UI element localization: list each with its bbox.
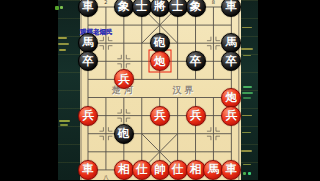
piece-red-cannon[interactable]: 炮 (221, 88, 241, 108)
piece-glyph: 帥 (154, 164, 166, 176)
piece-black-cannon[interactable]: 砲 (150, 33, 170, 53)
piece-black-pawn[interactable]: 卒 (78, 51, 98, 71)
piece-glyph: 卒 (82, 55, 94, 67)
piece-black-cannon[interactable]: 砲 (114, 124, 134, 144)
piece-glyph: 馬 (82, 37, 94, 49)
file-label-top: 8 (212, 0, 215, 5)
video-frame: 楚河 汉界 观棋老烟民 123456789九八七六五四三二一 車象士將士象車馬砲… (0, 0, 320, 180)
piece-glyph: 車 (82, 1, 94, 13)
piece-glyph: 卒 (226, 55, 238, 67)
piece-glyph: 炮 (226, 91, 238, 103)
file-label-top: 2 (104, 0, 107, 5)
piece-red-pawn[interactable]: 兵 (78, 106, 98, 126)
piece-red-pawn[interactable]: 兵 (186, 106, 206, 126)
piece-black-horse[interactable]: 馬 (78, 33, 98, 53)
piece-red-rook[interactable]: 車 (78, 160, 98, 180)
piece-red-pawn[interactable]: 兵 (114, 69, 134, 89)
piece-glyph: 兵 (118, 73, 130, 85)
piece-red-pawn[interactable]: 兵 (221, 106, 241, 126)
piece-glyph: 相 (118, 164, 130, 176)
piece-glyph: 車 (226, 164, 238, 176)
piece-glyph: 車 (82, 164, 94, 176)
piece-glyph: 將 (154, 1, 166, 13)
piece-glyph: 士 (136, 1, 148, 13)
piece-black-horse[interactable]: 馬 (221, 33, 241, 53)
piece-glyph: 車 (226, 1, 238, 13)
piece-red-cannon[interactable]: 炮 (150, 51, 170, 71)
piece-glyph: 兵 (226, 109, 238, 121)
piece-red-rook[interactable]: 車 (221, 160, 241, 180)
piece-glyph: 仕 (136, 164, 148, 176)
piece-red-pawn[interactable]: 兵 (150, 106, 170, 126)
river-label-right: 汉界 (173, 84, 197, 97)
piece-black-pawn[interactable]: 卒 (221, 51, 241, 71)
piece-glyph: 兵 (190, 109, 202, 121)
file-label-bottom: 八 (103, 175, 109, 181)
piece-glyph: 炮 (154, 55, 166, 67)
piece-glyph: 兵 (154, 109, 166, 121)
piece-glyph: 仕 (172, 164, 184, 176)
piece-glyph: 馬 (208, 164, 220, 176)
piece-glyph: 卒 (190, 55, 202, 67)
board-grid (0, 0, 320, 180)
piece-glyph: 象 (118, 1, 130, 13)
piece-black-pawn[interactable]: 卒 (186, 51, 206, 71)
piece-glyph: 砲 (118, 127, 130, 139)
piece-glyph: 士 (172, 1, 184, 13)
piece-glyph: 象 (190, 1, 202, 13)
piece-glyph: 兵 (82, 109, 94, 121)
piece-glyph: 馬 (226, 37, 238, 49)
piece-glyph: 砲 (154, 37, 166, 49)
piece-glyph: 相 (190, 164, 202, 176)
